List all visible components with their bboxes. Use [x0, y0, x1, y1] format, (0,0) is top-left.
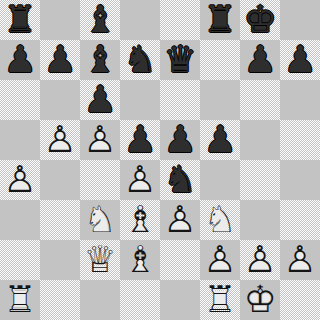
white-bishop-outline-icon: ♗: [120, 200, 160, 240]
piece-white-king[interactable]: ♚♔: [240, 280, 280, 320]
square-e7[interactable]: ♛: [160, 40, 200, 80]
black-pawn-icon: ♟: [200, 120, 240, 160]
square-h2[interactable]: ♟♙: [280, 240, 320, 280]
piece-black-knight[interactable]: ♞: [120, 40, 160, 80]
piece-white-knight[interactable]: ♞♘: [80, 200, 120, 240]
square-f5[interactable]: ♟: [200, 120, 240, 160]
square-g4[interactable]: [240, 160, 280, 200]
square-a4[interactable]: ♟♙: [0, 160, 40, 200]
square-h6[interactable]: [280, 80, 320, 120]
piece-white-rook[interactable]: ♜♖: [200, 280, 240, 320]
black-king-icon: ♚: [240, 0, 280, 40]
piece-black-king[interactable]: ♚: [240, 0, 280, 40]
white-rook-outline-icon: ♖: [200, 280, 240, 320]
square-h8[interactable]: [280, 0, 320, 40]
square-c8[interactable]: ♝: [80, 0, 120, 40]
square-a3[interactable]: [0, 200, 40, 240]
black-pawn-icon: ♟: [0, 40, 40, 80]
black-pawn-icon: ♟: [40, 40, 80, 80]
square-d6[interactable]: [120, 80, 160, 120]
square-g6[interactable]: [240, 80, 280, 120]
piece-black-rook[interactable]: ♜: [200, 0, 240, 40]
square-e2[interactable]: [160, 240, 200, 280]
piece-white-knight[interactable]: ♞♘: [200, 200, 240, 240]
piece-white-pawn[interactable]: ♟♙: [0, 160, 40, 200]
square-e6[interactable]: [160, 80, 200, 120]
piece-white-pawn[interactable]: ♟♙: [160, 200, 200, 240]
square-b4[interactable]: [40, 160, 80, 200]
square-e3[interactable]: ♟♙: [160, 200, 200, 240]
square-g1[interactable]: ♚♔: [240, 280, 280, 320]
black-pawn-icon: ♟: [280, 40, 320, 80]
square-d7[interactable]: ♞: [120, 40, 160, 80]
square-f7[interactable]: [200, 40, 240, 80]
square-g2[interactable]: ♟♙: [240, 240, 280, 280]
square-e5[interactable]: ♟: [160, 120, 200, 160]
square-e1[interactable]: [160, 280, 200, 320]
white-knight-outline-icon: ♘: [200, 200, 240, 240]
square-h1[interactable]: [280, 280, 320, 320]
piece-white-pawn[interactable]: ♟♙: [120, 160, 160, 200]
square-h4[interactable]: [280, 160, 320, 200]
square-d5[interactable]: ♟: [120, 120, 160, 160]
square-b5[interactable]: ♟♙: [40, 120, 80, 160]
square-c5[interactable]: ♟♙: [80, 120, 120, 160]
piece-white-pawn[interactable]: ♟♙: [40, 120, 80, 160]
piece-white-pawn[interactable]: ♟♙: [80, 120, 120, 160]
square-g8[interactable]: ♚: [240, 0, 280, 40]
piece-black-queen[interactable]: ♛: [160, 40, 200, 80]
white-pawn-outline-icon: ♙: [160, 200, 200, 240]
piece-black-pawn[interactable]: ♟: [40, 40, 80, 80]
piece-black-bishop[interactable]: ♝: [80, 0, 120, 40]
square-g3[interactable]: [240, 200, 280, 240]
piece-black-pawn[interactable]: ♟: [240, 40, 280, 80]
piece-white-queen[interactable]: ♛♕: [80, 240, 120, 280]
square-g5[interactable]: [240, 120, 280, 160]
square-a6[interactable]: [0, 80, 40, 120]
square-b8[interactable]: [40, 0, 80, 40]
square-f3[interactable]: ♞♘: [200, 200, 240, 240]
piece-black-pawn[interactable]: ♟: [80, 80, 120, 120]
black-rook-icon: ♜: [200, 0, 240, 40]
white-king-outline-icon: ♔: [240, 280, 280, 320]
square-h3[interactable]: [280, 200, 320, 240]
piece-black-knight[interactable]: ♞: [160, 160, 200, 200]
square-c7[interactable]: ♝: [80, 40, 120, 80]
white-pawn-outline-icon: ♙: [240, 240, 280, 280]
square-e8[interactable]: [160, 0, 200, 40]
piece-black-pawn[interactable]: ♟: [160, 120, 200, 160]
square-b3[interactable]: [40, 200, 80, 240]
white-knight-outline-icon: ♘: [80, 200, 120, 240]
white-pawn-outline-icon: ♙: [40, 120, 80, 160]
piece-white-bishop[interactable]: ♝♗: [120, 240, 160, 280]
square-d8[interactable]: [120, 0, 160, 40]
square-h7[interactable]: ♟: [280, 40, 320, 80]
black-pawn-icon: ♟: [160, 120, 200, 160]
square-d2[interactable]: ♝♗: [120, 240, 160, 280]
black-pawn-icon: ♟: [120, 120, 160, 160]
black-queen-icon: ♛: [160, 40, 200, 80]
square-c1[interactable]: [80, 280, 120, 320]
square-e4[interactable]: ♞: [160, 160, 200, 200]
square-f2[interactable]: ♟♙: [200, 240, 240, 280]
square-g7[interactable]: ♟: [240, 40, 280, 80]
square-c2[interactable]: ♛♕: [80, 240, 120, 280]
square-a7[interactable]: ♟: [0, 40, 40, 80]
white-queen-outline-icon: ♕: [80, 240, 120, 280]
square-c3[interactable]: ♞♘: [80, 200, 120, 240]
square-a2[interactable]: [0, 240, 40, 280]
square-d3[interactable]: ♝♗: [120, 200, 160, 240]
square-a1[interactable]: ♜♖: [0, 280, 40, 320]
square-c6[interactable]: ♟: [80, 80, 120, 120]
square-f8[interactable]: ♜: [200, 0, 240, 40]
black-knight-icon: ♞: [160, 160, 200, 200]
white-rook-outline-icon: ♖: [0, 280, 40, 320]
square-b6[interactable]: [40, 80, 80, 120]
piece-black-pawn[interactable]: ♟: [120, 120, 160, 160]
piece-black-pawn[interactable]: ♟: [200, 120, 240, 160]
square-d1[interactable]: [120, 280, 160, 320]
black-pawn-icon: ♟: [240, 40, 280, 80]
piece-white-rook[interactable]: ♜♖: [0, 280, 40, 320]
white-pawn-outline-icon: ♙: [280, 240, 320, 280]
square-h5[interactable]: [280, 120, 320, 160]
square-d4[interactable]: ♟♙: [120, 160, 160, 200]
piece-white-pawn[interactable]: ♟♙: [280, 240, 320, 280]
piece-white-bishop[interactable]: ♝♗: [120, 200, 160, 240]
chess-board: ♜♝♜♚♟♟♝♞♛♟♟♟♟♙♟♙♟♟♟♟♙♟♙♞♞♘♝♗♟♙♞♘♛♕♝♗♟♙♟♙…: [0, 0, 320, 320]
white-pawn-outline-icon: ♙: [0, 160, 40, 200]
square-c4[interactable]: [80, 160, 120, 200]
black-knight-icon: ♞: [120, 40, 160, 80]
square-f4[interactable]: [200, 160, 240, 200]
piece-black-pawn[interactable]: ♟: [280, 40, 320, 80]
white-bishop-outline-icon: ♗: [120, 240, 160, 280]
piece-white-pawn[interactable]: ♟♙: [240, 240, 280, 280]
white-pawn-outline-icon: ♙: [120, 160, 160, 200]
black-bishop-icon: ♝: [80, 40, 120, 80]
piece-black-rook[interactable]: ♜: [0, 0, 40, 40]
square-a8[interactable]: ♜: [0, 0, 40, 40]
black-bishop-icon: ♝: [80, 0, 120, 40]
square-b1[interactable]: [40, 280, 80, 320]
square-a5[interactable]: [0, 120, 40, 160]
piece-white-pawn[interactable]: ♟♙: [200, 240, 240, 280]
square-b2[interactable]: [40, 240, 80, 280]
black-pawn-icon: ♟: [80, 80, 120, 120]
piece-black-pawn[interactable]: ♟: [0, 40, 40, 80]
piece-black-bishop[interactable]: ♝: [80, 40, 120, 80]
square-f1[interactable]: ♜♖: [200, 280, 240, 320]
black-rook-icon: ♜: [0, 0, 40, 40]
white-pawn-outline-icon: ♙: [200, 240, 240, 280]
white-pawn-outline-icon: ♙: [80, 120, 120, 160]
square-b7[interactable]: ♟: [40, 40, 80, 80]
square-f6[interactable]: [200, 80, 240, 120]
